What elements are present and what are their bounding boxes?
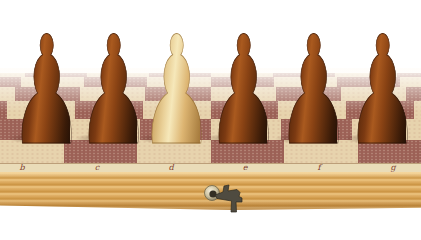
clasp-latch — [190, 180, 256, 216]
dark-wood-pawn-c2: ♟ — [77, 16, 138, 166]
dark-wood-pawn-g2: ♟ — [346, 16, 407, 166]
chessboard-photo: bcdefg ♟♟♟♟♟♟ — [0, 0, 421, 240]
dark-wood-pawn-f2: ♟ — [277, 16, 338, 166]
clasp-hook-icon — [215, 185, 242, 212]
dark-wood-pawn-b2: ♟ — [10, 16, 71, 166]
light-wood-pawn-d2: ♟ — [140, 16, 201, 166]
dark-wood-pawn-e2: ♟ — [207, 16, 268, 166]
square-a3 — [0, 101, 7, 119]
